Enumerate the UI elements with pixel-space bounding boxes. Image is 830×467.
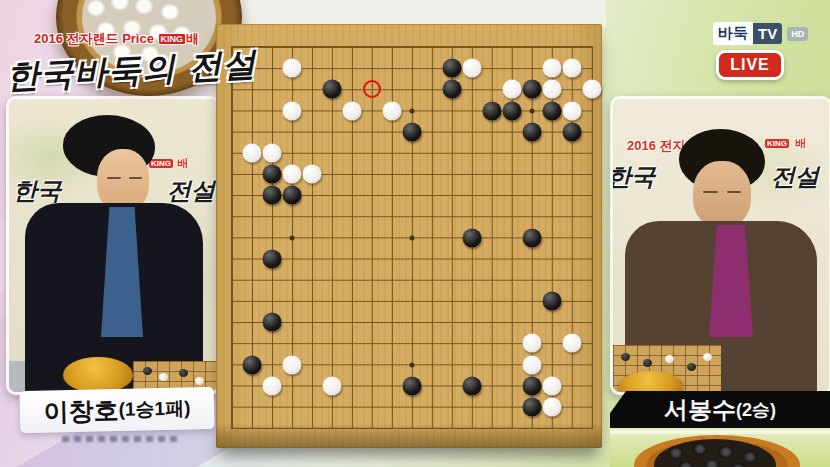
right-poster-callig1: 한국 — [610, 161, 655, 193]
black-stone — [503, 101, 522, 120]
left-player-face — [97, 149, 149, 211]
star-point — [290, 235, 295, 240]
left-nameplate-subtext — [62, 436, 182, 442]
white-stone — [563, 334, 582, 353]
right-player-eye — [703, 191, 718, 193]
left-player-name: 이창호 — [43, 393, 119, 428]
black-stone — [563, 122, 582, 141]
right-poster-bae: 배 — [795, 136, 806, 151]
star-point — [530, 108, 535, 113]
white-stone — [323, 376, 342, 395]
star-point — [410, 235, 415, 240]
white-stone — [523, 355, 542, 374]
white-stone — [283, 101, 302, 120]
white-stone — [563, 101, 582, 120]
move-marker — [363, 80, 381, 98]
left-player-record: (1승1패) — [118, 395, 190, 422]
white-stone — [283, 165, 302, 184]
black-stone — [483, 101, 502, 120]
star-point — [410, 362, 415, 367]
white-stone — [542, 376, 561, 395]
black-stone — [262, 313, 281, 332]
left-poster-king: KING — [149, 159, 173, 168]
channel-tv: TV — [753, 23, 782, 44]
left-player-nameplate: 이창호(1승1패) — [20, 387, 215, 433]
black-stone — [523, 80, 542, 99]
right-player-nameplate: 서봉수(2승) — [610, 391, 830, 428]
white-stone — [283, 355, 302, 374]
left-player-eye — [107, 177, 121, 179]
left-poster-callig2: 전설 — [167, 175, 215, 207]
tournament-logo: 2016 전자랜드 Price KING배 한국바둑의 전설 — [6, 30, 236, 94]
black-stone — [523, 376, 542, 395]
white-stone — [262, 376, 281, 395]
black-stone — [542, 292, 561, 311]
white-stone — [382, 101, 401, 120]
black-stone — [403, 122, 422, 141]
star-point — [410, 108, 415, 113]
white-stone — [302, 165, 321, 184]
board-grid — [231, 46, 593, 429]
right-player-face — [693, 161, 751, 227]
white-stone — [542, 397, 561, 416]
right-player-eye — [727, 191, 741, 193]
black-stone — [523, 122, 542, 141]
black-stone — [523, 397, 542, 416]
table-strip — [238, 0, 606, 27]
left-player-eye — [129, 177, 142, 179]
baduk-tv-logo: 바둑TVHD — [713, 22, 808, 45]
black-stone — [242, 355, 261, 374]
white-stone — [583, 80, 602, 99]
black-stone — [523, 228, 542, 247]
black-stone — [443, 59, 462, 78]
right-player-record: (2승) — [736, 398, 776, 422]
tournament-logo-line2: 한국바둑의 전설 — [5, 43, 237, 100]
white-stone — [242, 143, 261, 162]
white-stone — [563, 59, 582, 78]
channel-name: 바둑 — [713, 22, 753, 45]
black-stone — [283, 186, 302, 205]
white-stone — [283, 59, 302, 78]
white-stone — [542, 80, 561, 99]
king-box: KING — [158, 33, 187, 45]
left-go-bowl — [63, 357, 133, 393]
right-poster-callig2: 전설 — [771, 161, 819, 193]
right-player-name: 서봉수 — [664, 394, 736, 426]
highlight-streak — [610, 430, 830, 434]
black-stone — [262, 249, 281, 268]
broadcast-frame: 2016 전자랜드 Price KING배 한국바둑의 전설 바둑TVHD LI… — [0, 0, 830, 467]
go-board — [216, 24, 602, 448]
black-stone — [542, 101, 561, 120]
right-poster-king: KING — [765, 139, 789, 148]
black-stone — [323, 80, 342, 99]
black-stone — [463, 376, 482, 395]
live-badge: LIVE — [716, 50, 784, 80]
right-player-panel: 2016 전자랜드 KING 배 한국 전설 — [610, 96, 830, 395]
white-stone — [262, 143, 281, 162]
white-stone — [503, 80, 522, 99]
white-stone — [542, 59, 561, 78]
left-poster-callig1: 한국 — [13, 175, 61, 207]
white-stone — [523, 334, 542, 353]
black-stone-bowl-zone — [610, 428, 830, 467]
white-stone — [343, 101, 362, 120]
black-stone — [262, 186, 281, 205]
black-stone — [463, 228, 482, 247]
left-player-panel: 2016 KING 배 한국 전설 — [6, 96, 220, 395]
left-poster-bae: 배 — [177, 156, 188, 171]
black-stone — [403, 376, 422, 395]
white-stone — [463, 59, 482, 78]
black-stone — [443, 80, 462, 99]
hd-badge: HD — [787, 27, 808, 41]
black-stone — [262, 165, 281, 184]
